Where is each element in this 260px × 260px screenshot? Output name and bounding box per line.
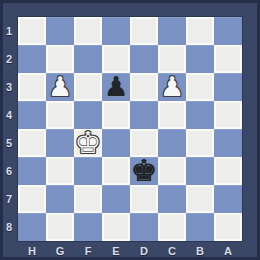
chessboard-frame: 12345678 ♟♟♟♚♚ HGFEDCBA [0,0,260,260]
rank-label-1: 1 [0,17,18,45]
square-h7[interactable] [18,185,46,213]
square-f5[interactable]: ♚ [74,129,102,157]
square-c3[interactable]: ♟ [158,73,186,101]
square-b5[interactable] [186,129,214,157]
square-b6[interactable] [186,157,214,185]
square-f1[interactable] [74,17,102,45]
rank-label-4: 4 [0,101,18,129]
square-a8[interactable] [214,213,242,241]
square-b4[interactable] [186,101,214,129]
rank-label-7: 7 [0,185,18,213]
square-f3[interactable] [74,73,102,101]
square-d2[interactable] [130,45,158,73]
square-g5[interactable] [46,129,74,157]
square-d6[interactable]: ♚ [130,157,158,185]
square-g8[interactable] [46,213,74,241]
square-h8[interactable] [18,213,46,241]
square-a3[interactable] [214,73,242,101]
square-h3[interactable] [18,73,46,101]
square-f2[interactable] [74,45,102,73]
rank-label-2: 2 [0,45,18,73]
white-king-piece[interactable]: ♚ [75,129,102,157]
square-b7[interactable] [186,185,214,213]
file-label-h: H [18,241,46,260]
square-c1[interactable] [158,17,186,45]
square-g3[interactable]: ♟ [46,73,74,101]
square-c8[interactable] [158,213,186,241]
square-h2[interactable] [18,45,46,73]
square-g7[interactable] [46,185,74,213]
square-a7[interactable] [214,185,242,213]
white-pawn-piece[interactable]: ♟ [160,73,184,101]
square-b1[interactable] [186,17,214,45]
square-c4[interactable] [158,101,186,129]
square-g2[interactable] [46,45,74,73]
file-label-a: A [214,241,242,260]
square-c7[interactable] [158,185,186,213]
square-g4[interactable] [46,101,74,129]
square-a4[interactable] [214,101,242,129]
square-h4[interactable] [18,101,46,129]
file-label-d: D [130,241,158,260]
square-g1[interactable] [46,17,74,45]
square-e6[interactable] [102,157,130,185]
file-labels: HGFEDCBA [18,241,242,260]
rank-label-6: 6 [0,157,18,185]
square-e4[interactable] [102,101,130,129]
square-h1[interactable] [18,17,46,45]
square-e5[interactable] [102,129,130,157]
file-label-e: E [102,241,130,260]
square-e3[interactable]: ♟ [102,73,130,101]
square-b8[interactable] [186,213,214,241]
file-label-f: F [74,241,102,260]
square-f7[interactable] [74,185,102,213]
square-b3[interactable] [186,73,214,101]
rank-labels: 12345678 [0,17,18,241]
square-d3[interactable] [130,73,158,101]
square-b2[interactable] [186,45,214,73]
rank-label-5: 5 [0,129,18,157]
square-e7[interactable] [102,185,130,213]
white-pawn-piece[interactable]: ♟ [48,73,72,101]
square-e2[interactable] [102,45,130,73]
rank-label-8: 8 [0,213,18,241]
board: ♟♟♟♚♚ [18,17,242,241]
square-g6[interactable] [46,157,74,185]
square-c2[interactable] [158,45,186,73]
square-e8[interactable] [102,213,130,241]
square-a6[interactable] [214,157,242,185]
square-d1[interactable] [130,17,158,45]
square-a1[interactable] [214,17,242,45]
square-h5[interactable] [18,129,46,157]
black-pawn-piece[interactable]: ♟ [104,73,128,101]
square-a5[interactable] [214,129,242,157]
square-e1[interactable] [102,17,130,45]
square-a2[interactable] [214,45,242,73]
square-c6[interactable] [158,157,186,185]
file-label-g: G [46,241,74,260]
square-d7[interactable] [130,185,158,213]
black-king-piece[interactable]: ♚ [131,157,158,185]
rank-label-3: 3 [0,73,18,101]
square-c5[interactable] [158,129,186,157]
file-label-c: C [158,241,186,260]
square-h6[interactable] [18,157,46,185]
square-f8[interactable] [74,213,102,241]
square-f6[interactable] [74,157,102,185]
file-label-b: B [186,241,214,260]
square-d8[interactable] [130,213,158,241]
square-d4[interactable] [130,101,158,129]
